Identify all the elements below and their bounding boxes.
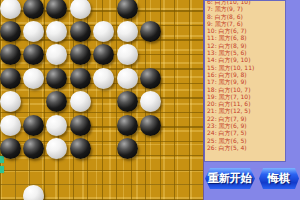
- black-stone: [117, 0, 138, 19]
- black-stone: [70, 138, 91, 159]
- white-stone: [46, 44, 67, 65]
- black-stone: [140, 115, 161, 136]
- black-stone: [70, 68, 91, 89]
- move-list-entry: 11: 黑方(6, 8): [205, 34, 285, 41]
- edge-marker: [0, 156, 4, 163]
- move-list-entry: 20: 白方(11, 6): [205, 100, 285, 107]
- move-list-entry: 17: 黑方(9, 9): [205, 78, 285, 85]
- black-stone: [140, 21, 161, 42]
- black-stone: [0, 68, 21, 89]
- white-stone: [93, 68, 114, 89]
- white-stone: [117, 21, 138, 42]
- white-stone: [23, 21, 44, 42]
- black-stone: [23, 115, 44, 136]
- undo-button[interactable]: 悔棋: [259, 168, 299, 189]
- black-stone: [117, 91, 138, 112]
- move-list-entry: 12: 白方(8, 9): [205, 42, 285, 49]
- move-list[interactable]: 6: 白方(10, 10)7: 黑方(9, 7)8: 白方(8, 6)9: 黑方…: [204, 0, 286, 162]
- move-list-entry: 21: 黑方(12, 5): [205, 107, 285, 114]
- black-stone: [0, 44, 21, 65]
- black-stone: [46, 91, 67, 112]
- black-stone: [46, 68, 67, 89]
- black-stone: [0, 138, 21, 159]
- move-list-entry: 19: 黑方(7, 10): [205, 93, 285, 100]
- white-stone: [70, 0, 91, 19]
- move-list-entry: 9: 黑方(7, 6): [205, 20, 285, 27]
- move-list-entry: 7: 黑方(9, 7): [205, 5, 285, 12]
- white-stone: [0, 115, 21, 136]
- move-list-entry: 13: 黑方(5, 6): [205, 49, 285, 56]
- black-stone: [46, 0, 67, 19]
- black-stone: [23, 0, 44, 19]
- restart-button[interactable]: 重新开始: [205, 168, 255, 189]
- white-stone: [46, 138, 67, 159]
- white-stone: [23, 68, 44, 89]
- move-list-entry: 16: 白方(9, 8): [205, 71, 285, 78]
- white-stone: [117, 68, 138, 89]
- white-stone: [70, 91, 91, 112]
- move-list-entry: 25: 黑方(6, 5): [205, 137, 285, 144]
- edge-marker: [0, 166, 4, 173]
- black-stone: [23, 138, 44, 159]
- move-list-entry: 10: 白方(6, 7): [205, 27, 285, 34]
- black-stone: [0, 21, 21, 42]
- black-stone: [70, 115, 91, 136]
- white-stone: [46, 115, 67, 136]
- move-list-entry: 14: 白方(9, 10): [205, 56, 285, 63]
- board[interactable]: [0, 0, 204, 200]
- black-stone: [117, 115, 138, 136]
- black-stone: [140, 68, 161, 89]
- move-list-entry: 26: 白方(5, 4): [205, 144, 285, 151]
- white-stone: [23, 185, 44, 200]
- black-stone: [70, 21, 91, 42]
- gomoku-app-window: 6: 白方(10, 10)7: 黑方(9, 7)8: 白方(8, 6)9: 黑方…: [0, 0, 300, 200]
- white-stone: [140, 91, 161, 112]
- sidebar: 6: 白方(10, 10)7: 黑方(9, 7)8: 白方(8, 6)9: 黑方…: [204, 0, 300, 200]
- black-stone: [23, 44, 44, 65]
- move-list-entry: 15: 黑方(10, 11): [205, 64, 285, 71]
- move-list-entry: 23: 黑方(6, 9): [205, 122, 285, 129]
- move-list-entry: 22: 白方(7, 9): [205, 115, 285, 122]
- white-stone: [0, 0, 21, 19]
- black-stone: [117, 138, 138, 159]
- white-stone: [46, 21, 67, 42]
- move-list-entry: 18: 白方(10, 7): [205, 86, 285, 93]
- black-stone: [70, 44, 91, 65]
- move-list-inner: 6: 白方(10, 10)7: 黑方(9, 7)8: 白方(8, 6)9: 黑方…: [205, 0, 285, 151]
- white-stone: [117, 44, 138, 65]
- move-list-entry: 24: 白方(7, 5): [205, 129, 285, 136]
- black-stone: [93, 44, 114, 65]
- move-list-entry: 8: 白方(8, 6): [205, 13, 285, 20]
- white-stone: [0, 91, 21, 112]
- white-stone: [93, 21, 114, 42]
